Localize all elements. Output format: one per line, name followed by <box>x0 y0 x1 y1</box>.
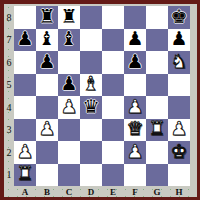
square-h6[interactable]: ♞ <box>168 51 190 74</box>
square-e1[interactable] <box>102 164 124 187</box>
chess-board[interactable]: ♜♜♚♟♝♝♟♟♟♟♞♟♝♟♛♟♟♛♜♟♟♟♚♜ <box>14 6 190 186</box>
file-label-b: B <box>36 186 58 197</box>
file-label-f: F <box>124 186 146 197</box>
square-d7[interactable] <box>80 29 102 52</box>
square-b8[interactable]: ♜ <box>36 6 58 29</box>
square-c8[interactable]: ♜ <box>58 6 80 29</box>
black-pawn-h7[interactable]: ♟ <box>170 29 187 48</box>
file-label-g: G <box>146 186 168 197</box>
file-label-h: H <box>168 186 190 197</box>
rank-label-5: 5 <box>4 74 14 97</box>
square-e8[interactable] <box>102 6 124 29</box>
square-e5[interactable] <box>102 74 124 97</box>
square-h8[interactable]: ♚ <box>168 6 190 29</box>
rank-label-7: 7 <box>4 29 14 52</box>
square-g3[interactable]: ♜ <box>146 119 168 142</box>
black-pawn-f7[interactable]: ♟ <box>126 29 143 48</box>
black-pawn-b6[interactable]: ♟ <box>38 52 55 71</box>
square-c5[interactable]: ♟ <box>58 74 80 97</box>
square-d1[interactable] <box>80 164 102 187</box>
rank-label-8: 8 <box>4 6 14 29</box>
square-g4[interactable] <box>146 96 168 119</box>
square-a7[interactable]: ♟ <box>14 29 36 52</box>
square-h7[interactable]: ♟ <box>168 29 190 52</box>
file-label-d: D <box>80 186 102 197</box>
white-pawn-h3[interactable]: ♟ <box>170 119 187 138</box>
square-g8[interactable] <box>146 6 168 29</box>
square-a3[interactable] <box>14 119 36 142</box>
black-bishop-c7[interactable]: ♝ <box>60 29 77 48</box>
square-a6[interactable] <box>14 51 36 74</box>
file-label-c: C <box>58 186 80 197</box>
square-a1[interactable]: ♜ <box>14 164 36 187</box>
square-c6[interactable] <box>58 51 80 74</box>
square-f4[interactable]: ♟ <box>124 96 146 119</box>
white-king-h2[interactable]: ♚ <box>170 142 187 161</box>
square-g7[interactable] <box>146 29 168 52</box>
square-f3[interactable]: ♛ <box>124 119 146 142</box>
square-h5[interactable] <box>168 74 190 97</box>
square-h2[interactable]: ♚ <box>168 141 190 164</box>
file-label-e: E <box>102 186 124 197</box>
square-f8[interactable] <box>124 6 146 29</box>
square-b5[interactable] <box>36 74 58 97</box>
white-bishop-d5[interactable]: ♝ <box>82 74 99 93</box>
white-pawn-c4[interactable]: ♟ <box>60 97 77 116</box>
square-f2[interactable]: ♟ <box>124 141 146 164</box>
white-rook-g3[interactable]: ♜ <box>148 119 165 138</box>
black-bishop-b7[interactable]: ♝ <box>38 29 55 48</box>
square-e7[interactable] <box>102 29 124 52</box>
rank-label-1: 1 <box>4 164 14 187</box>
black-pawn-a7[interactable]: ♟ <box>16 29 33 48</box>
white-pawn-a2[interactable]: ♟ <box>16 142 33 161</box>
square-d2[interactable] <box>80 141 102 164</box>
white-queen-f3[interactable]: ♛ <box>126 119 143 138</box>
white-knight-h6[interactable]: ♞ <box>170 52 187 71</box>
square-d5[interactable]: ♝ <box>80 74 102 97</box>
rank-label-6: 6 <box>4 51 14 74</box>
square-c2[interactable] <box>58 141 80 164</box>
square-b1[interactable] <box>36 164 58 187</box>
square-g1[interactable] <box>146 164 168 187</box>
square-h1[interactable] <box>168 164 190 187</box>
square-c4[interactable]: ♟ <box>58 96 80 119</box>
file-label-a: A <box>14 186 36 197</box>
square-b4[interactable] <box>36 96 58 119</box>
square-h3[interactable]: ♟ <box>168 119 190 142</box>
square-d8[interactable] <box>80 6 102 29</box>
square-a4[interactable] <box>14 96 36 119</box>
square-f7[interactable]: ♟ <box>124 29 146 52</box>
rank-label-2: 2 <box>4 141 14 164</box>
square-g2[interactable] <box>146 141 168 164</box>
square-h4[interactable] <box>168 96 190 119</box>
square-e2[interactable] <box>102 141 124 164</box>
square-a2[interactable]: ♟ <box>14 141 36 164</box>
black-pawn-f6[interactable]: ♟ <box>126 52 143 71</box>
square-f6[interactable]: ♟ <box>124 51 146 74</box>
black-rook-b8[interactable]: ♜ <box>38 7 55 26</box>
square-g6[interactable] <box>146 51 168 74</box>
square-d4[interactable]: ♛ <box>80 96 102 119</box>
square-e4[interactable] <box>102 96 124 119</box>
white-pawn-f4[interactable]: ♟ <box>126 97 143 116</box>
square-f5[interactable] <box>124 74 146 97</box>
square-e6[interactable] <box>102 51 124 74</box>
square-a8[interactable] <box>14 6 36 29</box>
square-b3[interactable]: ♟ <box>36 119 58 142</box>
square-b2[interactable] <box>36 141 58 164</box>
black-queen-d4[interactable]: ♛ <box>82 97 99 116</box>
square-c1[interactable] <box>58 164 80 187</box>
white-pawn-f2[interactable]: ♟ <box>126 142 143 161</box>
white-pawn-b3[interactable]: ♟ <box>38 119 55 138</box>
board-frame: 87654321 ♜♜♚♟♝♝♟♟♟♟♞♟♝♟♛♟♟♛♜♟♟♟♚♜ ABCDEF… <box>4 4 197 197</box>
square-b6[interactable]: ♟ <box>36 51 58 74</box>
rank-label-4: 4 <box>4 96 14 119</box>
black-pawn-c5[interactable]: ♟ <box>60 74 77 93</box>
file-labels: ABCDEFGH <box>14 186 190 197</box>
black-rook-c8[interactable]: ♜ <box>60 7 77 26</box>
square-b7[interactable]: ♝ <box>36 29 58 52</box>
square-c3[interactable] <box>58 119 80 142</box>
square-a5[interactable] <box>14 74 36 97</box>
white-rook-a1[interactable]: ♜ <box>16 164 33 183</box>
chess-app-window: 87654321 ♜♜♚♟♝♝♟♟♟♟♞♟♝♟♛♟♟♛♜♟♟♟♚♜ ABCDEF… <box>0 0 200 200</box>
square-f1[interactable] <box>124 164 146 187</box>
square-e3[interactable] <box>102 119 124 142</box>
square-c7[interactable]: ♝ <box>58 29 80 52</box>
square-g5[interactable] <box>146 74 168 97</box>
square-d6[interactable] <box>80 51 102 74</box>
black-king-h8[interactable]: ♚ <box>170 7 187 26</box>
rank-label-3: 3 <box>4 119 14 142</box>
rank-labels: 87654321 <box>4 6 14 186</box>
square-d3[interactable] <box>80 119 102 142</box>
